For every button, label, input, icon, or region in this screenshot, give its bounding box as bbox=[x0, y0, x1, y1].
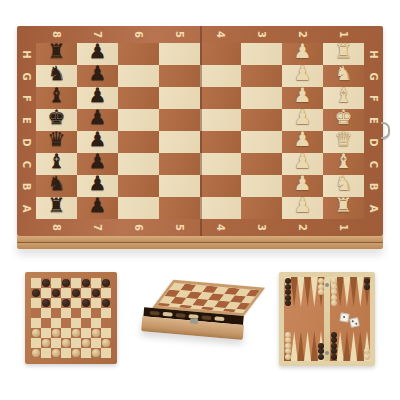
dark-backgammon-checker bbox=[318, 343, 324, 349]
square-h5 bbox=[159, 43, 200, 65]
coord-text: G bbox=[21, 72, 32, 80]
checkers-square bbox=[91, 348, 101, 358]
white-bishop-c1: ♝ bbox=[335, 151, 353, 171]
checkers-square bbox=[61, 338, 71, 348]
file-label-g: G bbox=[17, 65, 36, 87]
checkers-square bbox=[61, 328, 71, 338]
checkers-square bbox=[51, 298, 61, 308]
white-pawn-h2: ♟ bbox=[294, 41, 312, 61]
backgammon-point bbox=[343, 331, 350, 361]
file-label-f: F bbox=[17, 87, 36, 109]
square-a7: ♟ bbox=[77, 197, 118, 219]
light-backgammon-checker bbox=[364, 354, 370, 360]
hinge-icon bbox=[325, 283, 329, 287]
white-pawn-f2: ♟ bbox=[294, 85, 312, 105]
black-pawn-c7: ♟ bbox=[89, 151, 107, 171]
coord-text: 2 bbox=[297, 224, 308, 231]
checkers-square bbox=[31, 338, 41, 348]
square-a1: ♜ bbox=[323, 197, 364, 219]
square-f5 bbox=[159, 87, 200, 109]
checkers-square bbox=[81, 318, 91, 328]
coord-text: 2 bbox=[297, 31, 308, 38]
hinge-icon bbox=[325, 351, 329, 355]
white-queen-d1: ♛ bbox=[335, 129, 353, 149]
checkers-square bbox=[71, 348, 81, 358]
backgammon-point bbox=[297, 331, 304, 361]
checkers-square bbox=[91, 318, 101, 328]
black-bishop-c8: ♝ bbox=[48, 151, 66, 171]
white-king-e1: ♚ bbox=[335, 107, 353, 127]
coord-text: 1 bbox=[338, 31, 349, 38]
coord-text: C bbox=[21, 160, 32, 167]
backgammon-point bbox=[357, 277, 364, 307]
white-knight-g1: ♞ bbox=[335, 63, 353, 83]
file-labels-left: HGFEDCBA bbox=[17, 43, 36, 219]
square-a3 bbox=[241, 197, 282, 219]
square-g6 bbox=[118, 65, 159, 87]
rank-label-3: 3 bbox=[241, 26, 282, 43]
dark-stored-piece bbox=[201, 315, 211, 320]
coord-text: 6 bbox=[133, 224, 144, 231]
dark-checker bbox=[72, 289, 80, 297]
coord-text: E bbox=[21, 117, 32, 124]
square-e6 bbox=[118, 109, 159, 131]
coord-text: H bbox=[21, 50, 32, 58]
square-a2: ♟ bbox=[282, 197, 323, 219]
black-rook-h8: ♜ bbox=[48, 41, 66, 61]
square-a8: ♜ bbox=[36, 197, 77, 219]
square-c3 bbox=[241, 153, 282, 175]
checkers-square bbox=[91, 288, 101, 298]
box-latch bbox=[190, 318, 198, 324]
file-label-c: C bbox=[17, 153, 36, 175]
thumbnail-row bbox=[0, 272, 400, 366]
dark-backgammon-checker bbox=[331, 343, 337, 349]
backgammon-point bbox=[337, 277, 344, 307]
checkers-square bbox=[31, 298, 41, 308]
coord-text: F bbox=[368, 95, 379, 102]
dark-checker bbox=[92, 289, 100, 297]
light-checker bbox=[42, 339, 50, 347]
black-pawn-h7: ♟ bbox=[89, 41, 107, 61]
checkers-square bbox=[101, 278, 111, 288]
white-knight-b1: ♞ bbox=[335, 173, 353, 193]
checkers-square bbox=[51, 318, 61, 328]
dark-stored-piece bbox=[175, 313, 185, 318]
square-d6 bbox=[118, 131, 159, 153]
checkers-square bbox=[41, 338, 51, 348]
checkers-square bbox=[81, 288, 91, 298]
square-d3 bbox=[241, 131, 282, 153]
coord-text: H bbox=[368, 50, 379, 58]
rank-label-5: 5 bbox=[159, 26, 200, 43]
checkers-square bbox=[101, 308, 111, 318]
dark-checker bbox=[32, 289, 40, 297]
black-rook-a8: ♜ bbox=[48, 195, 66, 215]
checkers-square bbox=[51, 278, 61, 288]
checkers-square bbox=[41, 348, 51, 358]
black-knight-b8: ♞ bbox=[48, 173, 66, 193]
checkers-square bbox=[81, 338, 91, 348]
checkers-square bbox=[61, 278, 71, 288]
white-bishop-f1: ♝ bbox=[335, 85, 353, 105]
black-queen-d8: ♛ bbox=[48, 129, 66, 149]
black-pawn-d7: ♟ bbox=[89, 129, 107, 149]
coord-text: B bbox=[368, 182, 379, 190]
dark-checker bbox=[52, 289, 60, 297]
coord-text: A bbox=[21, 204, 32, 212]
dark-checker bbox=[102, 299, 110, 307]
file-label-h: H bbox=[17, 43, 36, 65]
square-c6 bbox=[118, 153, 159, 175]
rank-label-6: 6 bbox=[118, 26, 159, 43]
coord-text: 5 bbox=[174, 224, 185, 231]
die-icon bbox=[349, 317, 360, 328]
black-bishop-f8: ♝ bbox=[48, 85, 66, 105]
coord-text: F bbox=[21, 95, 32, 102]
dark-checker bbox=[42, 279, 50, 287]
file-label-a: A bbox=[17, 197, 36, 219]
coord-text: 8 bbox=[51, 31, 62, 38]
checkers-square bbox=[91, 298, 101, 308]
checkers-square bbox=[41, 318, 51, 328]
square-g5 bbox=[159, 65, 200, 87]
white-pawn-d2: ♟ bbox=[294, 129, 312, 149]
square-d4 bbox=[200, 131, 241, 153]
rank-label-7: 7 bbox=[77, 219, 118, 236]
square-h4 bbox=[200, 43, 241, 65]
checkers-square bbox=[31, 348, 41, 358]
die-pip bbox=[355, 322, 357, 324]
light-checker bbox=[32, 329, 40, 337]
light-checker bbox=[72, 329, 80, 337]
metal-clasp bbox=[381, 122, 390, 139]
white-rook-h1: ♜ bbox=[335, 41, 353, 61]
coord-text: 7 bbox=[92, 31, 103, 38]
checkers-square bbox=[51, 308, 61, 318]
coord-text: 7 bbox=[92, 224, 103, 231]
light-backgammon-checker bbox=[331, 300, 337, 306]
checkers-square bbox=[31, 288, 41, 298]
checkers-square bbox=[41, 328, 51, 338]
checkers-square bbox=[31, 318, 41, 328]
checkers-square bbox=[101, 328, 111, 338]
coord-text: 5 bbox=[174, 31, 185, 38]
checkers-board-thumbnail bbox=[25, 272, 117, 364]
dark-checker bbox=[62, 299, 70, 307]
black-pawn-a7: ♟ bbox=[89, 195, 107, 215]
light-stored-piece bbox=[214, 316, 224, 321]
square-a6 bbox=[118, 197, 159, 219]
light-checker bbox=[82, 339, 90, 347]
black-pawn-g7: ♟ bbox=[89, 63, 107, 83]
square-f4 bbox=[200, 87, 241, 109]
black-king-e8: ♚ bbox=[48, 107, 66, 127]
square-b5 bbox=[159, 175, 200, 197]
file-label-c: C bbox=[364, 153, 383, 175]
square-h6 bbox=[118, 43, 159, 65]
checkers-square bbox=[31, 278, 41, 288]
checkers-square bbox=[61, 288, 71, 298]
checkers-grid bbox=[31, 278, 111, 358]
checkers-square bbox=[61, 348, 71, 358]
file-label-d: D bbox=[17, 131, 36, 153]
backgammon-point bbox=[357, 331, 364, 361]
backgammon-center-bar bbox=[324, 277, 330, 361]
light-stored-piece bbox=[163, 311, 173, 316]
checkers-square bbox=[81, 308, 91, 318]
light-backgammon-checker bbox=[285, 348, 291, 354]
checkers-square bbox=[71, 328, 81, 338]
folded-box-thumbnail bbox=[135, 275, 260, 371]
square-g3 bbox=[241, 65, 282, 87]
die-icon bbox=[339, 312, 349, 322]
checkers-square bbox=[71, 278, 81, 288]
checkers-square bbox=[31, 308, 41, 318]
light-backgammon-checker bbox=[285, 343, 291, 349]
checkers-square bbox=[51, 288, 61, 298]
rank-label-5: 5 bbox=[159, 219, 200, 236]
black-pawn-e7: ♟ bbox=[89, 107, 107, 127]
checkers-square bbox=[71, 298, 81, 308]
checkers-square bbox=[91, 328, 101, 338]
checkers-square bbox=[51, 328, 61, 338]
board-side-edge bbox=[17, 236, 383, 249]
coord-text: D bbox=[368, 138, 379, 146]
rank-label-8: 8 bbox=[36, 219, 77, 236]
dark-backgammon-checker bbox=[318, 354, 324, 360]
checkers-square bbox=[41, 298, 51, 308]
light-checker bbox=[62, 339, 70, 347]
dark-backgammon-checker bbox=[331, 348, 337, 354]
white-pawn-e2: ♟ bbox=[294, 107, 312, 127]
coord-text: D bbox=[21, 138, 32, 146]
square-c4 bbox=[200, 153, 241, 175]
checkers-square bbox=[81, 278, 91, 288]
rank-label-6: 6 bbox=[118, 219, 159, 236]
dark-backgammon-checker bbox=[285, 300, 291, 306]
light-checker bbox=[92, 329, 100, 337]
checkers-square bbox=[41, 288, 51, 298]
white-pawn-b2: ♟ bbox=[294, 173, 312, 193]
checkers-square bbox=[41, 308, 51, 318]
file-label-b: B bbox=[17, 175, 36, 197]
dark-backgammon-checker bbox=[331, 337, 337, 343]
backgammon-point bbox=[297, 277, 304, 307]
coord-text: C bbox=[368, 160, 379, 167]
checkers-square bbox=[61, 298, 71, 308]
checkers-square bbox=[81, 328, 91, 338]
rank-label-4: 4 bbox=[200, 26, 241, 43]
backgammon-board-thumbnail bbox=[279, 272, 375, 366]
file-label-f: F bbox=[364, 87, 383, 109]
square-a5 bbox=[159, 197, 200, 219]
white-pawn-c2: ♟ bbox=[294, 151, 312, 171]
checkers-square bbox=[31, 328, 41, 338]
light-checker bbox=[102, 339, 110, 347]
file-label-a: A bbox=[364, 197, 383, 219]
coord-text: 3 bbox=[256, 224, 267, 231]
light-checker bbox=[72, 349, 80, 357]
dark-backgammon-checker bbox=[331, 332, 337, 338]
black-pawn-f7: ♟ bbox=[89, 85, 107, 105]
rank-label-2: 2 bbox=[282, 219, 323, 236]
square-b3 bbox=[241, 175, 282, 197]
square-f3 bbox=[241, 87, 282, 109]
backgammon-point bbox=[304, 331, 311, 361]
checkers-square bbox=[71, 308, 81, 318]
coord-text: G bbox=[368, 72, 379, 80]
coord-text: 4 bbox=[215, 31, 226, 38]
white-rook-a1: ♜ bbox=[335, 195, 353, 215]
product-photo: 87654321 87654321 HGFEDCBA HGFEDCBA ♜♟♟♜… bbox=[0, 0, 400, 400]
square-e5 bbox=[159, 109, 200, 131]
rank-label-3: 3 bbox=[241, 219, 282, 236]
light-backgammon-checker bbox=[285, 337, 291, 343]
black-pawn-b7: ♟ bbox=[89, 173, 107, 193]
light-checker bbox=[92, 349, 100, 357]
square-h3 bbox=[241, 43, 282, 65]
checkers-square bbox=[91, 278, 101, 288]
checkers-square bbox=[91, 338, 101, 348]
coord-text: B bbox=[21, 182, 32, 190]
checkers-square bbox=[61, 308, 71, 318]
checkers-square bbox=[71, 288, 81, 298]
light-checker bbox=[32, 349, 40, 357]
rank-label-1: 1 bbox=[323, 219, 364, 236]
coord-text: 8 bbox=[51, 224, 62, 231]
square-f6 bbox=[118, 87, 159, 109]
checkers-square bbox=[101, 318, 111, 328]
coord-text: E bbox=[368, 117, 379, 124]
dark-checker bbox=[82, 299, 90, 307]
light-backgammon-checker bbox=[285, 332, 291, 338]
file-label-g: G bbox=[364, 65, 383, 87]
chess-board: 87654321 87654321 HGFEDCBA HGFEDCBA ♜♟♟♜… bbox=[17, 26, 383, 236]
board-fold-seam bbox=[200, 26, 202, 236]
backgammon-point bbox=[350, 331, 357, 361]
checkers-square bbox=[101, 348, 111, 358]
white-pawn-a2: ♟ bbox=[294, 195, 312, 215]
backgammon-point bbox=[311, 331, 318, 361]
dark-checker bbox=[102, 279, 110, 287]
backgammon-point bbox=[291, 277, 298, 307]
white-pawn-g2: ♟ bbox=[294, 63, 312, 83]
checkers-square bbox=[81, 348, 91, 358]
dark-backgammon-checker bbox=[331, 354, 337, 360]
backgammon-point bbox=[291, 331, 298, 361]
light-backgammon-checker bbox=[285, 354, 291, 360]
checkers-square bbox=[101, 338, 111, 348]
file-label-h: H bbox=[364, 43, 383, 65]
dark-checker bbox=[42, 299, 50, 307]
file-label-e: E bbox=[17, 109, 36, 131]
backgammon-point bbox=[304, 277, 311, 307]
square-d5 bbox=[159, 131, 200, 153]
die-pip bbox=[343, 316, 345, 318]
checkers-square bbox=[71, 318, 81, 328]
die-pip bbox=[352, 320, 354, 322]
backgammon-point bbox=[311, 277, 318, 307]
square-c5 bbox=[159, 153, 200, 175]
light-checker bbox=[52, 329, 60, 337]
checkers-square bbox=[101, 298, 111, 308]
square-e3 bbox=[241, 109, 282, 131]
checkers-square bbox=[91, 308, 101, 318]
checkers-square bbox=[41, 278, 51, 288]
dark-backgammon-checker bbox=[364, 284, 370, 290]
square-e4 bbox=[200, 109, 241, 131]
square-b4 bbox=[200, 175, 241, 197]
checkers-square bbox=[81, 298, 91, 308]
checkers-square bbox=[101, 288, 111, 298]
backgammon-point bbox=[337, 331, 344, 361]
dark-checker bbox=[62, 279, 70, 287]
dark-stored-piece bbox=[150, 310, 160, 315]
checkers-square bbox=[51, 338, 61, 348]
file-label-b: B bbox=[364, 175, 383, 197]
checkers-square bbox=[71, 338, 81, 348]
light-checker bbox=[52, 349, 60, 357]
backgammon-point bbox=[343, 277, 350, 307]
black-knight-g8: ♞ bbox=[48, 63, 66, 83]
coord-text: 1 bbox=[338, 224, 349, 231]
square-a4 bbox=[200, 197, 241, 219]
square-b6 bbox=[118, 175, 159, 197]
checkers-square bbox=[61, 318, 71, 328]
coord-text: 3 bbox=[256, 31, 267, 38]
coord-text: 4 bbox=[215, 224, 226, 231]
checkers-square bbox=[51, 348, 61, 358]
dark-checker bbox=[82, 279, 90, 287]
rank-label-4: 4 bbox=[200, 219, 241, 236]
backgammon-point bbox=[350, 277, 357, 307]
square-g4 bbox=[200, 65, 241, 87]
coord-text: A bbox=[368, 204, 379, 212]
coord-text: 6 bbox=[133, 31, 144, 38]
